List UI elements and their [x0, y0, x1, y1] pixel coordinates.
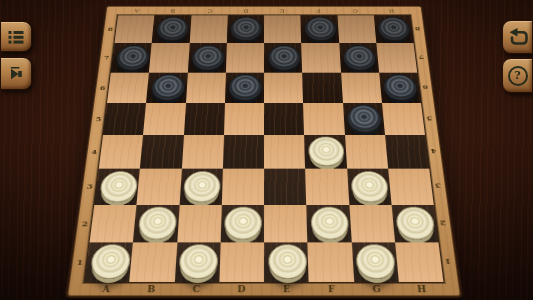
- white-piece-d2[interactable]: [224, 207, 262, 240]
- square-c1[interactable]: [174, 242, 220, 282]
- square-h2[interactable]: [391, 205, 438, 243]
- black-piece-b8[interactable]: [155, 17, 189, 41]
- square-b3[interactable]: [137, 169, 182, 205]
- square-b7[interactable]: [149, 43, 189, 72]
- square-e1[interactable]: [264, 242, 309, 282]
- coord-label: A: [83, 282, 130, 295]
- square-c5[interactable]: [184, 103, 225, 135]
- black-piece-h6[interactable]: [382, 74, 419, 101]
- square-c3[interactable]: [179, 169, 223, 205]
- square-a7[interactable]: [111, 43, 152, 72]
- undo-icon: [507, 26, 529, 48]
- coord-label: F: [300, 7, 337, 16]
- coord-label: G: [354, 282, 400, 295]
- board-grid: [85, 15, 444, 282]
- black-piece-d8[interactable]: [230, 17, 262, 41]
- coord-label: B: [128, 282, 174, 295]
- square-h1[interactable]: [395, 242, 444, 282]
- white-piece-h2[interactable]: [395, 207, 436, 240]
- square-g5[interactable]: [342, 103, 384, 135]
- square-g1[interactable]: [351, 242, 398, 282]
- white-piece-g1[interactable]: [355, 244, 396, 279]
- square-a5[interactable]: [103, 103, 146, 135]
- square-c7[interactable]: [187, 43, 226, 72]
- square-d8[interactable]: [227, 15, 264, 43]
- white-piece-g3[interactable]: [350, 171, 389, 202]
- square-d3[interactable]: [222, 169, 264, 205]
- coord-label: A: [118, 7, 155, 16]
- square-a8[interactable]: [115, 15, 155, 43]
- white-piece-c3[interactable]: [183, 171, 221, 202]
- square-f4[interactable]: [304, 135, 346, 169]
- square-h3[interactable]: [388, 169, 434, 205]
- question-icon: ?: [508, 66, 528, 86]
- square-f1[interactable]: [308, 242, 354, 282]
- square-h7[interactable]: [376, 43, 417, 72]
- square-h5[interactable]: [382, 103, 425, 135]
- coord-label: D: [227, 7, 264, 16]
- square-g8[interactable]: [337, 15, 376, 43]
- square-c2[interactable]: [177, 205, 222, 243]
- white-piece-c1[interactable]: [178, 244, 218, 279]
- square-h4[interactable]: [385, 135, 429, 169]
- black-piece-d6[interactable]: [228, 74, 262, 101]
- coord-label: E: [264, 7, 301, 16]
- square-g2[interactable]: [349, 205, 395, 243]
- square-c8[interactable]: [189, 15, 227, 43]
- menu-button[interactable]: [0, 21, 32, 52]
- black-piece-g5[interactable]: [346, 105, 383, 133]
- square-e7[interactable]: [264, 43, 302, 72]
- square-b5[interactable]: [143, 103, 185, 135]
- square-d6[interactable]: [225, 72, 264, 103]
- black-piece-f8[interactable]: [304, 17, 337, 41]
- coord-label: B: [154, 7, 191, 16]
- square-f5[interactable]: [303, 103, 344, 135]
- square-b1[interactable]: [129, 242, 176, 282]
- square-b6[interactable]: [146, 72, 187, 103]
- black-piece-h8[interactable]: [377, 17, 412, 41]
- coord-label: C: [173, 282, 219, 295]
- square-e8[interactable]: [264, 15, 301, 43]
- square-f7[interactable]: [301, 43, 340, 72]
- list-icon: [6, 27, 26, 47]
- checkers-board: ABCDEFGH ABCDEFGH 87654321 87654321: [67, 6, 461, 296]
- black-piece-b6[interactable]: [150, 74, 186, 101]
- help-button[interactable]: ?: [502, 58, 533, 93]
- white-piece-f4[interactable]: [308, 137, 345, 166]
- square-a1[interactable]: [85, 242, 134, 282]
- square-e2[interactable]: [264, 205, 308, 243]
- square-b2[interactable]: [133, 205, 179, 243]
- sound-button[interactable]: [0, 57, 32, 90]
- white-piece-a1[interactable]: [89, 244, 131, 279]
- square-a4[interactable]: [99, 135, 143, 169]
- square-g6[interactable]: [341, 72, 382, 103]
- white-piece-b2[interactable]: [137, 207, 177, 240]
- coord-label: F: [309, 282, 355, 295]
- square-f8[interactable]: [301, 15, 339, 43]
- checkers-game-screen: ABCDEFGH ABCDEFGH 87654321 87654321: [0, 0, 533, 300]
- square-d4[interactable]: [223, 135, 264, 169]
- square-h6[interactable]: [379, 72, 421, 103]
- speaker-icon: [6, 64, 26, 84]
- coord-label: C: [191, 7, 228, 16]
- black-piece-g7[interactable]: [342, 45, 377, 70]
- white-piece-a3[interactable]: [98, 171, 138, 202]
- square-a2[interactable]: [90, 205, 137, 243]
- square-e3[interactable]: [264, 169, 306, 205]
- square-e6[interactable]: [264, 72, 303, 103]
- black-piece-a7[interactable]: [115, 45, 151, 70]
- coord-label: D: [219, 282, 264, 295]
- coord-label: G: [336, 7, 373, 16]
- square-f2[interactable]: [306, 205, 351, 243]
- square-e4[interactable]: [264, 135, 305, 169]
- square-g7[interactable]: [339, 43, 379, 72]
- file-labels-top: ABCDEFGH: [118, 7, 410, 16]
- undo-button[interactable]: [502, 20, 533, 54]
- square-e5[interactable]: [264, 103, 304, 135]
- black-piece-e7[interactable]: [267, 45, 300, 70]
- square-c4[interactable]: [181, 135, 223, 169]
- square-d2[interactable]: [220, 205, 264, 243]
- square-b8[interactable]: [152, 15, 191, 43]
- coord-label: E: [264, 282, 309, 295]
- coord-label: H: [399, 282, 446, 295]
- square-d1[interactable]: [219, 242, 264, 282]
- square-a6[interactable]: [107, 72, 149, 103]
- square-b4[interactable]: [140, 135, 183, 169]
- white-piece-f2[interactable]: [310, 207, 349, 240]
- square-c6[interactable]: [186, 72, 226, 103]
- black-piece-c7[interactable]: [191, 45, 225, 70]
- coord-label: H: [373, 7, 410, 16]
- square-d5[interactable]: [224, 103, 264, 135]
- square-h8[interactable]: [374, 15, 414, 43]
- square-f3[interactable]: [305, 169, 349, 205]
- board-frame: ABCDEFGH ABCDEFGH 87654321 87654321: [67, 6, 461, 296]
- square-g4[interactable]: [345, 135, 388, 169]
- white-piece-e1[interactable]: [268, 244, 307, 279]
- file-labels-bottom: ABCDEFGH: [83, 282, 445, 295]
- square-d7[interactable]: [226, 43, 264, 72]
- square-f6[interactable]: [302, 72, 342, 103]
- square-g3[interactable]: [347, 169, 392, 205]
- square-a3[interactable]: [94, 169, 140, 205]
- help-label: ?: [514, 70, 520, 81]
